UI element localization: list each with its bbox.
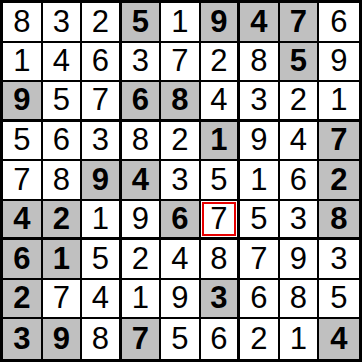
sudoku-cell-r6c6[interactable]: 7 <box>201 201 241 241</box>
sudoku-cell-r2c4[interactable]: 3 <box>122 43 162 83</box>
sudoku-cell-r1c8[interactable]: 7 <box>280 3 320 43</box>
sudoku-cell-r3c6[interactable]: 4 <box>201 82 241 122</box>
sudoku-cell-r2c7[interactable]: 8 <box>240 43 280 83</box>
sudoku-cell-r3c4[interactable]: 6 <box>122 82 162 122</box>
sudoku-cell-r1c2[interactable]: 3 <box>43 3 83 43</box>
sudoku-cell-r9c7[interactable]: 2 <box>240 319 280 359</box>
sudoku-cell-r6c5[interactable]: 6 <box>161 201 201 241</box>
sudoku-cell-r6c7[interactable]: 5 <box>240 201 280 241</box>
sudoku-cell-r8c5[interactable]: 9 <box>161 280 201 320</box>
sudoku-cell-r4c9[interactable]: 7 <box>319 122 359 162</box>
sudoku-cell-r2c6[interactable]: 2 <box>201 43 241 83</box>
sudoku-cell-r8c7[interactable]: 6 <box>240 280 280 320</box>
sudoku-cell-r4c6[interactable]: 1 <box>201 122 241 162</box>
sudoku-cell-r6c8[interactable]: 3 <box>280 201 320 241</box>
sudoku-cell-r3c9[interactable]: 1 <box>319 82 359 122</box>
sudoku-cell-r9c9[interactable]: 4 <box>319 319 359 359</box>
sudoku-cell-r3c5[interactable]: 8 <box>161 82 201 122</box>
sudoku-cell-r2c5[interactable]: 7 <box>161 43 201 83</box>
sudoku-cell-r1c5[interactable]: 1 <box>161 3 201 43</box>
sudoku-cell-r4c7[interactable]: 9 <box>240 122 280 162</box>
sudoku-cell-r9c2[interactable]: 9 <box>43 319 83 359</box>
sudoku-cell-r9c3[interactable]: 8 <box>82 319 122 359</box>
sudoku-cell-r9c6[interactable]: 6 <box>201 319 241 359</box>
sudoku-cell-r7c9[interactable]: 3 <box>319 240 359 280</box>
sudoku-cell-r4c1[interactable]: 5 <box>3 122 43 162</box>
sudoku-cell-r8c3[interactable]: 4 <box>82 280 122 320</box>
sudoku-cell-r3c7[interactable]: 3 <box>240 82 280 122</box>
sudoku-cell-r5c6[interactable]: 5 <box>201 161 241 201</box>
sudoku-cell-r3c8[interactable]: 2 <box>280 82 320 122</box>
sudoku-cell-r8c9[interactable]: 5 <box>319 280 359 320</box>
sudoku-cell-r5c1[interactable]: 7 <box>3 161 43 201</box>
sudoku-cell-r7c6[interactable]: 8 <box>201 240 241 280</box>
sudoku-cell-r3c2[interactable]: 5 <box>43 82 83 122</box>
sudoku-cell-r7c5[interactable]: 4 <box>161 240 201 280</box>
sudoku-cell-r4c8[interactable]: 4 <box>280 122 320 162</box>
sudoku-cell-r3c3[interactable]: 7 <box>82 82 122 122</box>
sudoku-cell-r5c5[interactable]: 3 <box>161 161 201 201</box>
sudoku-cell-r5c9[interactable]: 2 <box>319 161 359 201</box>
sudoku-cell-r6c9[interactable]: 8 <box>319 201 359 241</box>
sudoku-cell-r2c9[interactable]: 9 <box>319 43 359 83</box>
sudoku-cell-r4c2[interactable]: 6 <box>43 122 83 162</box>
sudoku-cell-r4c3[interactable]: 3 <box>82 122 122 162</box>
sudoku-cell-r1c6[interactable]: 9 <box>201 3 241 43</box>
sudoku-cell-r1c1[interactable]: 8 <box>3 3 43 43</box>
sudoku-cell-r7c7[interactable]: 7 <box>240 240 280 280</box>
sudoku-cell-r5c3[interactable]: 9 <box>82 161 122 201</box>
sudoku-cell-r6c4[interactable]: 9 <box>122 201 162 241</box>
sudoku-cell-r7c2[interactable]: 1 <box>43 240 83 280</box>
sudoku-cell-r1c3[interactable]: 2 <box>82 3 122 43</box>
sudoku-cell-r4c4[interactable]: 8 <box>122 122 162 162</box>
sudoku-cell-r4c5[interactable]: 2 <box>161 122 201 162</box>
sudoku-cell-r1c9[interactable]: 6 <box>319 3 359 43</box>
sudoku-cell-r5c8[interactable]: 6 <box>280 161 320 201</box>
sudoku-cell-r2c2[interactable]: 4 <box>43 43 83 83</box>
sudoku-cell-r2c3[interactable]: 6 <box>82 43 122 83</box>
sudoku-cell-r9c4[interactable]: 7 <box>122 319 162 359</box>
sudoku-cell-r7c1[interactable]: 6 <box>3 240 43 280</box>
sudoku-cell-r8c8[interactable]: 8 <box>280 280 320 320</box>
sudoku-cell-r5c7[interactable]: 1 <box>240 161 280 201</box>
sudoku-cell-r9c5[interactable]: 5 <box>161 319 201 359</box>
sudoku-cell-r7c3[interactable]: 5 <box>82 240 122 280</box>
sudoku-cell-r2c8[interactable]: 5 <box>280 43 320 83</box>
sudoku-cell-r5c4[interactable]: 4 <box>122 161 162 201</box>
sudoku-cell-r2c1[interactable]: 1 <box>3 43 43 83</box>
sudoku-cell-r7c4[interactable]: 2 <box>122 240 162 280</box>
sudoku-cell-r8c1[interactable]: 2 <box>3 280 43 320</box>
sudoku-cell-r6c2[interactable]: 2 <box>43 201 83 241</box>
sudoku-cell-r9c8[interactable]: 1 <box>280 319 320 359</box>
sudoku-cell-r1c7[interactable]: 4 <box>240 3 280 43</box>
sudoku-cell-r1c4[interactable]: 5 <box>122 3 162 43</box>
sudoku-cell-r8c6[interactable]: 3 <box>201 280 241 320</box>
sudoku-cell-r7c8[interactable]: 9 <box>280 240 320 280</box>
sudoku-cell-r8c4[interactable]: 1 <box>122 280 162 320</box>
sudoku-cell-r6c1[interactable]: 4 <box>3 201 43 241</box>
sudoku-cell-r6c3[interactable]: 1 <box>82 201 122 241</box>
sudoku-cell-r5c2[interactable]: 8 <box>43 161 83 201</box>
sudoku-cell-r9c1[interactable]: 3 <box>3 319 43 359</box>
sudoku-board: 8325194761463728599576843215638219477894… <box>0 0 362 362</box>
sudoku-cell-r8c2[interactable]: 7 <box>43 280 83 320</box>
sudoku-cell-r3c1[interactable]: 9 <box>3 82 43 122</box>
